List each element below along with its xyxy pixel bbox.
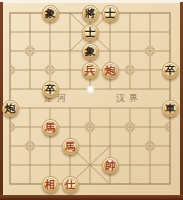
piece-glyph: 馬 (65, 137, 76, 154)
piece-black-soldier[interactable]: 卒 (162, 62, 179, 79)
piece-black-elephant[interactable]: 象 (42, 5, 59, 22)
piece-red-cannon[interactable]: 炮 (102, 62, 119, 79)
piece-glyph: 兵 (85, 61, 96, 78)
piece-glyph: 馬 (45, 118, 56, 135)
piece-glyph: 士 (85, 23, 96, 40)
piece-glyph: 將 (85, 4, 96, 21)
piece-black-elephant[interactable]: 象 (82, 43, 99, 60)
piece-black-advisor[interactable]: 士 (82, 24, 99, 41)
piece-red-horse[interactable]: 馬 (42, 119, 59, 136)
piece-black-soldier[interactable]: 卒 (42, 81, 59, 98)
piece-glyph: 仕 (65, 175, 76, 192)
pieces-grid: 象將士士象兵炮卒卒炮車馬馬帥相仕 (0, 4, 180, 194)
piece-glyph: 卒 (45, 80, 56, 97)
piece-glyph: 卒 (165, 61, 176, 78)
piece-glyph: 帥 (105, 156, 116, 173)
piece-red-soldier[interactable]: 兵 (82, 62, 99, 79)
piece-red-horse[interactable]: 馬 (62, 138, 79, 155)
piece-glyph: 象 (45, 4, 56, 21)
piece-black-general[interactable]: 將 (82, 5, 99, 22)
xiangqi-board: 楚河 汉界 象將士士象兵炮卒卒炮車馬馬帥相仕 ✦ (0, 0, 183, 200)
piece-red-elephant[interactable]: 相 (42, 176, 59, 193)
piece-red-advisor[interactable]: 仕 (62, 176, 79, 193)
piece-glyph: 炮 (5, 99, 16, 116)
piece-black-chariot[interactable]: 車 (162, 100, 179, 117)
piece-glyph: 相 (45, 175, 56, 192)
piece-black-advisor[interactable]: 士 (102, 5, 119, 22)
piece-glyph: 車 (165, 99, 176, 116)
piece-glyph: 士 (105, 4, 116, 21)
piece-glyph: 象 (85, 42, 96, 59)
piece-red-general[interactable]: 帥 (102, 157, 119, 174)
piece-black-cannon[interactable]: 炮 (2, 100, 19, 117)
piece-glyph: 炮 (105, 61, 116, 78)
